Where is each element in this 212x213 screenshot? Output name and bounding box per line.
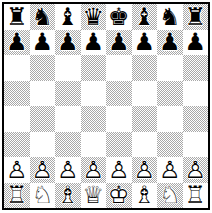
white-king-icon: ♔: [106, 183, 132, 209]
black-pawn-icon: ♟: [106, 30, 132, 56]
black-pawn-icon: ♟: [55, 30, 81, 56]
square-f3[interactable]: [132, 132, 158, 158]
square-b7[interactable]: ♟: [30, 30, 56, 56]
square-a7[interactable]: ♟: [4, 30, 30, 56]
square-g1[interactable]: ♞♘: [157, 183, 183, 209]
black-rook-icon: ♜: [183, 4, 209, 30]
piece-black-bishop[interactable]: ♝: [132, 4, 158, 30]
square-b3[interactable]: [30, 132, 56, 158]
square-c5[interactable]: [55, 81, 81, 107]
square-e8[interactable]: ♚: [106, 4, 132, 30]
square-h4[interactable]: [183, 106, 209, 132]
white-rook-icon: ♖: [4, 183, 30, 209]
square-h5[interactable]: [183, 81, 209, 107]
piece-white-bishop[interactable]: ♝♗: [132, 183, 158, 209]
piece-white-pawn[interactable]: ♟♙: [30, 157, 56, 183]
white-pawn-icon: ♙: [132, 157, 158, 183]
piece-white-pawn[interactable]: ♟♙: [106, 157, 132, 183]
piece-black-pawn[interactable]: ♟: [106, 30, 132, 56]
square-e2[interactable]: ♟♙: [106, 157, 132, 183]
board-frame: ♜♞♝♛♚♝♞♜♟♟♟♟♟♟♟♟♟♙♟♙♟♙♟♙♟♙♟♙♟♙♟♙♜♖♞♘♝♗♛♕…: [2, 2, 210, 210]
white-pawn-icon: ♙: [183, 157, 209, 183]
black-pawn-icon: ♟: [30, 30, 56, 56]
black-rook-icon: ♜: [4, 4, 30, 30]
black-pawn-icon: ♟: [132, 30, 158, 56]
piece-white-pawn[interactable]: ♟♙: [132, 157, 158, 183]
white-pawn-icon: ♙: [4, 157, 30, 183]
black-pawn-icon: ♟: [4, 30, 30, 56]
square-b6[interactable]: [30, 55, 56, 81]
black-bishop-icon: ♝: [55, 4, 81, 30]
square-h6[interactable]: [183, 55, 209, 81]
piece-white-knight[interactable]: ♞♘: [30, 183, 56, 209]
piece-white-bishop[interactable]: ♝♗: [55, 183, 81, 209]
piece-white-king[interactable]: ♚♔: [106, 183, 132, 209]
piece-black-rook[interactable]: ♜: [183, 4, 209, 30]
square-g6[interactable]: [157, 55, 183, 81]
square-c8[interactable]: ♝: [55, 4, 81, 30]
square-g8[interactable]: ♞: [157, 4, 183, 30]
square-d3[interactable]: [81, 132, 107, 158]
square-b5[interactable]: [30, 81, 56, 107]
square-d6[interactable]: [81, 55, 107, 81]
white-bishop-icon: ♗: [132, 183, 158, 209]
white-pawn-icon: ♙: [106, 157, 132, 183]
white-pawn-icon: ♙: [55, 157, 81, 183]
square-e1[interactable]: ♚♔: [106, 183, 132, 209]
square-d2[interactable]: ♟♙: [81, 157, 107, 183]
square-b4[interactable]: [30, 106, 56, 132]
square-f7[interactable]: ♟: [132, 30, 158, 56]
square-g5[interactable]: [157, 81, 183, 107]
square-d7[interactable]: ♟: [81, 30, 107, 56]
piece-black-pawn[interactable]: ♟: [81, 30, 107, 56]
square-e7[interactable]: ♟: [106, 30, 132, 56]
white-pawn-icon: ♙: [30, 157, 56, 183]
black-knight-icon: ♞: [157, 4, 183, 30]
piece-black-rook[interactable]: ♜: [4, 4, 30, 30]
piece-white-pawn[interactable]: ♟♙: [55, 157, 81, 183]
black-bishop-icon: ♝: [132, 4, 158, 30]
piece-black-pawn[interactable]: ♟: [132, 30, 158, 56]
square-e5[interactable]: [106, 81, 132, 107]
square-a3[interactable]: [4, 132, 30, 158]
piece-black-pawn[interactable]: ♟: [55, 30, 81, 56]
piece-white-pawn[interactable]: ♟♙: [183, 157, 209, 183]
square-e4[interactable]: [106, 106, 132, 132]
square-f6[interactable]: [132, 55, 158, 81]
piece-white-rook[interactable]: ♜♖: [183, 183, 209, 209]
square-e6[interactable]: [106, 55, 132, 81]
piece-white-pawn[interactable]: ♟♙: [157, 157, 183, 183]
square-a4[interactable]: [4, 106, 30, 132]
square-g3[interactable]: [157, 132, 183, 158]
square-h1[interactable]: ♜♖: [183, 183, 209, 209]
piece-black-queen[interactable]: ♛: [81, 4, 107, 30]
square-f1[interactable]: ♝♗: [132, 183, 158, 209]
white-knight-icon: ♘: [157, 183, 183, 209]
piece-black-bishop[interactable]: ♝: [55, 4, 81, 30]
square-a6[interactable]: [4, 55, 30, 81]
square-d4[interactable]: [81, 106, 107, 132]
piece-black-king[interactable]: ♚: [106, 4, 132, 30]
black-pawn-icon: ♟: [157, 30, 183, 56]
square-a8[interactable]: ♜: [4, 4, 30, 30]
square-f8[interactable]: ♝: [132, 4, 158, 30]
white-rook-icon: ♖: [183, 183, 209, 209]
white-pawn-icon: ♙: [157, 157, 183, 183]
piece-white-pawn[interactable]: ♟♙: [4, 157, 30, 183]
white-knight-icon: ♘: [30, 183, 56, 209]
square-c4[interactable]: [55, 106, 81, 132]
piece-black-knight[interactable]: ♞: [30, 4, 56, 30]
piece-black-pawn[interactable]: ♟: [183, 30, 209, 56]
piece-white-rook[interactable]: ♜♖: [4, 183, 30, 209]
square-g2[interactable]: ♟♙: [157, 157, 183, 183]
square-a5[interactable]: [4, 81, 30, 107]
white-pawn-icon: ♙: [81, 157, 107, 183]
piece-black-pawn[interactable]: ♟: [30, 30, 56, 56]
piece-white-knight[interactable]: ♞♘: [157, 183, 183, 209]
piece-white-pawn[interactable]: ♟♙: [81, 157, 107, 183]
square-h3[interactable]: [183, 132, 209, 158]
square-c3[interactable]: [55, 132, 81, 158]
square-f2[interactable]: ♟♙: [132, 157, 158, 183]
white-bishop-icon: ♗: [55, 183, 81, 209]
square-c2[interactable]: ♟♙: [55, 157, 81, 183]
square-h8[interactable]: ♜: [183, 4, 209, 30]
square-d1[interactable]: ♛♕: [81, 183, 107, 209]
square-b2[interactable]: ♟♙: [30, 157, 56, 183]
square-g7[interactable]: ♟: [157, 30, 183, 56]
square-f4[interactable]: [132, 106, 158, 132]
piece-black-pawn[interactable]: ♟: [4, 30, 30, 56]
square-b1[interactable]: ♞♘: [30, 183, 56, 209]
square-c1[interactable]: ♝♗: [55, 183, 81, 209]
white-queen-icon: ♕: [81, 183, 107, 209]
black-king-icon: ♚: [106, 4, 132, 30]
square-a2[interactable]: ♟♙: [4, 157, 30, 183]
square-a1[interactable]: ♜♖: [4, 183, 30, 209]
piece-black-pawn[interactable]: ♟: [157, 30, 183, 56]
square-h7[interactable]: ♟: [183, 30, 209, 56]
square-f5[interactable]: [132, 81, 158, 107]
square-c6[interactable]: [55, 55, 81, 81]
piece-black-knight[interactable]: ♞: [157, 4, 183, 30]
black-pawn-icon: ♟: [183, 30, 209, 56]
square-d8[interactable]: ♛: [81, 4, 107, 30]
square-c7[interactable]: ♟: [55, 30, 81, 56]
square-b8[interactable]: ♞: [30, 4, 56, 30]
square-h2[interactable]: ♟♙: [183, 157, 209, 183]
square-d5[interactable]: [81, 81, 107, 107]
piece-white-queen[interactable]: ♛♕: [81, 183, 107, 209]
black-knight-icon: ♞: [30, 4, 56, 30]
chess-board: ♜♞♝♛♚♝♞♜♟♟♟♟♟♟♟♟♟♙♟♙♟♙♟♙♟♙♟♙♟♙♟♙♜♖♞♘♝♗♛♕…: [4, 4, 208, 208]
square-g4[interactable]: [157, 106, 183, 132]
black-pawn-icon: ♟: [81, 30, 107, 56]
square-e3[interactable]: [106, 132, 132, 158]
black-queen-icon: ♛: [81, 4, 107, 30]
